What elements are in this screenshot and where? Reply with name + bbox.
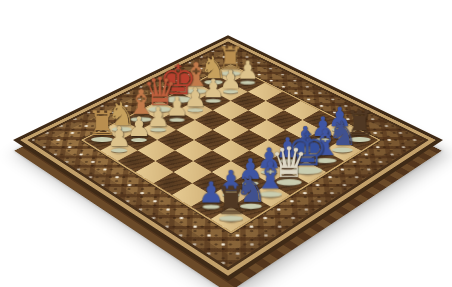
chess-set-photo: ♜♞♝♛♚♝♞♜♟♟♟♟♟♟♟♟♟♟♟♟♟♟♟♟♜♞♝♛♚♝♞♜	[0, 0, 452, 287]
chess-board: ♜♞♝♛♚♝♞♜♟♟♟♟♟♟♟♟♟♟♟♟♟♟♟♟♜♞♝♛♚♝♞♜	[13, 35, 443, 281]
piece-black-rook: ♜	[207, 182, 255, 219]
board-grid: ♜♞♝♛♚♝♞♜♟♟♟♟♟♟♟♟♟♟♟♟♟♟♟♟♜♞♝♛♚♝♞♜	[81, 64, 381, 233]
square-d3	[176, 120, 212, 140]
square-a8: ♜	[211, 207, 251, 232]
piece-white-pawn: ♟	[97, 123, 142, 150]
square-c3	[157, 130, 194, 151]
board-mosaic-frame: ♜♞♝♛♚♝♞♜♟♟♟♟♟♟♟♟♟♟♟♟♟♟♟♟♜♞♝♛♚♝♞♜	[13, 35, 443, 281]
